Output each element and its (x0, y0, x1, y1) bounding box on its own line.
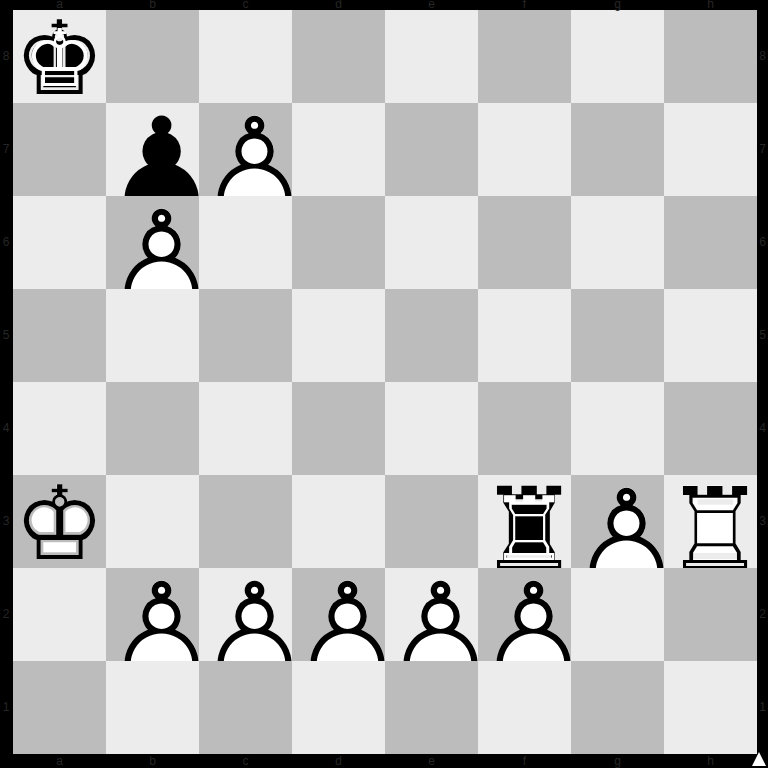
rank-label-right-8: 8 (757, 10, 768, 103)
square-h6[interactable] (664, 196, 757, 289)
square-e2[interactable]: ♟♙ (385, 568, 478, 661)
rank-label-left-1: 1 (0, 661, 12, 754)
square-c1[interactable] (199, 661, 292, 754)
square-f5[interactable] (478, 289, 571, 382)
white-pawn: ♟♙ (292, 568, 385, 661)
square-c6[interactable] (199, 196, 292, 289)
file-label-bottom-h: h (664, 755, 757, 767)
file-label-top-f: f (478, 0, 571, 9)
rank-label-right-5: 5 (757, 289, 768, 382)
square-g8[interactable] (571, 10, 664, 103)
square-a7[interactable] (13, 103, 106, 196)
file-label-top-d: d (292, 0, 385, 9)
square-b6[interactable]: ♟♙ (106, 196, 199, 289)
square-f8[interactable] (478, 10, 571, 103)
square-a5[interactable] (13, 289, 106, 382)
rank-label-left-3: 3 (0, 475, 12, 568)
chess-board: ♚♔♟♟♙♟♙♚♔♜♖♟♙♜♖♟♙♟♙♟♙♟♙♟♙ (13, 10, 757, 754)
square-f1[interactable] (478, 661, 571, 754)
file-label-bottom-c: c (199, 755, 292, 767)
square-a8[interactable]: ♚♔ (13, 10, 106, 103)
white-pawn: ♟♙ (385, 568, 478, 661)
square-e6[interactable] (385, 196, 478, 289)
white-pawn: ♟♙ (106, 196, 199, 289)
square-a6[interactable] (13, 196, 106, 289)
file-label-top-e: e (385, 0, 478, 9)
square-h7[interactable] (664, 103, 757, 196)
file-label-top-a: a (13, 0, 106, 9)
rank-label-right-2: 2 (757, 568, 768, 661)
file-label-bottom-d: d (292, 755, 385, 767)
square-f2[interactable]: ♟♙ (478, 568, 571, 661)
file-label-bottom-g: g (571, 755, 664, 767)
square-f4[interactable] (478, 382, 571, 475)
square-h4[interactable] (664, 382, 757, 475)
white-pawn: ♟♙ (106, 568, 199, 661)
white-pawn: ♟♙ (199, 103, 292, 196)
square-a3[interactable]: ♚♔ (13, 475, 106, 568)
square-c2[interactable]: ♟♙ (199, 568, 292, 661)
file-label-bottom-e: e (385, 755, 478, 767)
square-e8[interactable] (385, 10, 478, 103)
square-h1[interactable] (664, 661, 757, 754)
square-b8[interactable] (106, 10, 199, 103)
square-c5[interactable] (199, 289, 292, 382)
square-g3[interactable]: ♟♙ (571, 475, 664, 568)
square-d3[interactable] (292, 475, 385, 568)
square-d8[interactable] (292, 10, 385, 103)
rank-label-left-8: 8 (0, 10, 12, 103)
rank-label-left-2: 2 (0, 568, 12, 661)
square-h2[interactable] (664, 568, 757, 661)
rank-label-left-6: 6 (0, 196, 12, 289)
square-e4[interactable] (385, 382, 478, 475)
rank-label-right-4: 4 (757, 382, 768, 475)
square-d7[interactable] (292, 103, 385, 196)
rank-label-left-7: 7 (0, 103, 12, 196)
square-c7[interactable]: ♟♙ (199, 103, 292, 196)
square-d2[interactable]: ♟♙ (292, 568, 385, 661)
square-b4[interactable] (106, 382, 199, 475)
square-b7[interactable]: ♟ (106, 103, 199, 196)
square-b3[interactable] (106, 475, 199, 568)
square-b1[interactable] (106, 661, 199, 754)
square-f7[interactable] (478, 103, 571, 196)
square-e7[interactable] (385, 103, 478, 196)
square-d4[interactable] (292, 382, 385, 475)
rank-label-right-7: 7 (757, 103, 768, 196)
file-label-bottom-b: b (106, 755, 199, 767)
square-b2[interactable]: ♟♙ (106, 568, 199, 661)
square-g6[interactable] (571, 196, 664, 289)
file-label-top-c: c (199, 0, 292, 9)
square-g1[interactable] (571, 661, 664, 754)
square-e3[interactable] (385, 475, 478, 568)
square-e5[interactable] (385, 289, 478, 382)
square-g5[interactable] (571, 289, 664, 382)
rank-label-right-6: 6 (757, 196, 768, 289)
square-f3[interactable]: ♜♖ (478, 475, 571, 568)
square-h8[interactable] (664, 10, 757, 103)
chess-diagram: ♚♔♟♟♙♟♙♚♔♜♖♟♙♜♖♟♙♟♙♟♙♟♙♟♙ aa88bb77cc66dd… (0, 0, 768, 768)
square-g2[interactable] (571, 568, 664, 661)
black-king: ♚♔ (13, 10, 106, 103)
file-label-bottom-a: a (13, 755, 106, 767)
square-b5[interactable] (106, 289, 199, 382)
rank-label-right-3: 3 (757, 475, 768, 568)
square-d6[interactable] (292, 196, 385, 289)
white-pawn: ♟♙ (478, 568, 571, 661)
square-a4[interactable] (13, 382, 106, 475)
rank-label-right-1: 1 (757, 661, 768, 754)
square-c8[interactable] (199, 10, 292, 103)
file-label-top-g: g (571, 0, 664, 9)
white-pawn: ♟♙ (199, 568, 292, 661)
square-d5[interactable] (292, 289, 385, 382)
square-c4[interactable] (199, 382, 292, 475)
square-a1[interactable] (13, 661, 106, 754)
file-label-top-h: h (664, 0, 757, 9)
white-pawn: ♟♙ (571, 475, 664, 568)
square-h5[interactable] (664, 289, 757, 382)
square-f6[interactable] (478, 196, 571, 289)
file-label-top-b: b (106, 0, 199, 9)
white-king: ♚♔ (13, 475, 106, 568)
square-c3[interactable] (199, 475, 292, 568)
white-king-outline: ♔ (14, 473, 105, 575)
square-e1[interactable] (385, 661, 478, 754)
black-rook: ♜♖ (478, 475, 571, 568)
rank-label-left-4: 4 (0, 382, 12, 475)
square-g7[interactable] (571, 103, 664, 196)
black-king-detail: ♔ (24, 19, 95, 99)
file-label-bottom-f: f (478, 755, 571, 767)
white-rook: ♜♖ (664, 475, 757, 568)
square-d1[interactable] (292, 661, 385, 754)
rank-label-left-5: 5 (0, 289, 12, 382)
square-a2[interactable] (13, 568, 106, 661)
square-h3[interactable]: ♜♖ (664, 475, 757, 568)
square-g4[interactable] (571, 382, 664, 475)
black-pawn: ♟ (106, 103, 199, 196)
